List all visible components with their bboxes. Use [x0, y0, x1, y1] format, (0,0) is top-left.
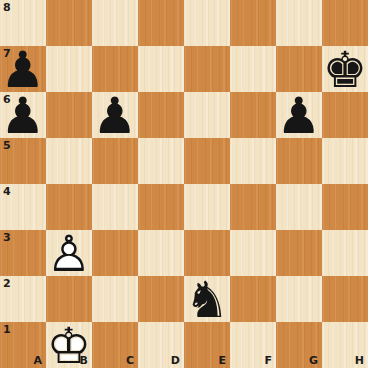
square-g1[interactable]: G	[276, 322, 322, 368]
square-f6[interactable]	[230, 92, 276, 138]
piece-black-knight-e2[interactable]: ♞	[184, 276, 230, 322]
square-c8[interactable]	[92, 0, 138, 46]
rank-label-7: 7	[3, 47, 11, 60]
square-h3[interactable]	[322, 230, 368, 276]
square-c3[interactable]	[92, 230, 138, 276]
rank-label-3: 3	[3, 231, 11, 244]
file-label-h: H	[355, 354, 364, 367]
square-b8[interactable]	[46, 0, 92, 46]
square-h5[interactable]	[322, 138, 368, 184]
square-g8[interactable]	[276, 0, 322, 46]
rank-label-6: 6	[3, 93, 11, 106]
square-f5[interactable]	[230, 138, 276, 184]
rank-label-1: 1	[3, 323, 11, 336]
file-label-b: B	[80, 354, 88, 367]
square-f1[interactable]: F	[230, 322, 276, 368]
square-e2[interactable]: ♞	[184, 276, 230, 322]
black-pawn-glyph: ♟	[93, 93, 138, 139]
square-e4[interactable]	[184, 184, 230, 230]
square-c6[interactable]: ♟	[92, 92, 138, 138]
square-a8[interactable]: 8	[0, 0, 46, 46]
square-h2[interactable]	[322, 276, 368, 322]
square-f4[interactable]	[230, 184, 276, 230]
square-h8[interactable]	[322, 0, 368, 46]
square-f3[interactable]	[230, 230, 276, 276]
square-f2[interactable]	[230, 276, 276, 322]
square-g2[interactable]	[276, 276, 322, 322]
square-g4[interactable]	[276, 184, 322, 230]
black-king-glyph: ♚	[323, 47, 368, 93]
square-a6[interactable]: 6♟	[0, 92, 46, 138]
square-b5[interactable]	[46, 138, 92, 184]
square-f8[interactable]	[230, 0, 276, 46]
square-d4[interactable]	[138, 184, 184, 230]
square-c7[interactable]	[92, 46, 138, 92]
square-d8[interactable]	[138, 0, 184, 46]
rank-label-4: 4	[3, 185, 11, 198]
file-label-e: E	[218, 354, 226, 367]
white-pawn-outline-glyph: ♙	[47, 231, 92, 277]
square-a1[interactable]: 1A	[0, 322, 46, 368]
file-label-f: F	[264, 354, 272, 367]
square-b6[interactable]	[46, 92, 92, 138]
file-label-d: D	[171, 354, 180, 367]
square-d5[interactable]	[138, 138, 184, 184]
square-b4[interactable]	[46, 184, 92, 230]
square-e5[interactable]	[184, 138, 230, 184]
square-h4[interactable]	[322, 184, 368, 230]
square-a7[interactable]: 7♟	[0, 46, 46, 92]
piece-black-king-h7[interactable]: ♚	[322, 46, 368, 92]
square-g3[interactable]	[276, 230, 322, 276]
square-e7[interactable]	[184, 46, 230, 92]
piece-white-pawn-b3[interactable]: ♟♙	[46, 230, 92, 276]
rank-label-5: 5	[3, 139, 11, 152]
file-label-a: A	[33, 354, 42, 367]
piece-black-pawn-c6[interactable]: ♟	[92, 92, 138, 138]
square-e3[interactable]	[184, 230, 230, 276]
square-a3[interactable]: 3	[0, 230, 46, 276]
square-h7[interactable]: ♚	[322, 46, 368, 92]
black-knight-glyph: ♞	[185, 277, 230, 323]
rank-label-2: 2	[3, 277, 11, 290]
square-c1[interactable]: C	[92, 322, 138, 368]
square-d2[interactable]	[138, 276, 184, 322]
square-g7[interactable]	[276, 46, 322, 92]
square-d3[interactable]	[138, 230, 184, 276]
rank-label-8: 8	[3, 1, 11, 14]
square-b7[interactable]	[46, 46, 92, 92]
square-d7[interactable]	[138, 46, 184, 92]
piece-black-pawn-g6[interactable]: ♟	[276, 92, 322, 138]
file-label-g: G	[309, 354, 318, 367]
square-f7[interactable]	[230, 46, 276, 92]
square-c4[interactable]	[92, 184, 138, 230]
square-b3[interactable]: ♟♙	[46, 230, 92, 276]
square-d6[interactable]	[138, 92, 184, 138]
black-pawn-glyph: ♟	[277, 93, 322, 139]
square-e8[interactable]	[184, 0, 230, 46]
square-b1[interactable]: B♚♔	[46, 322, 92, 368]
square-e6[interactable]	[184, 92, 230, 138]
square-d1[interactable]: D	[138, 322, 184, 368]
square-g6[interactable]: ♟	[276, 92, 322, 138]
chess-board: 87♟♚6♟♟♟543♟♙2♞1AB♚♔CDEFGH	[0, 0, 368, 368]
square-c2[interactable]	[92, 276, 138, 322]
square-h1[interactable]: H	[322, 322, 368, 368]
square-a4[interactable]: 4	[0, 184, 46, 230]
square-a2[interactable]: 2	[0, 276, 46, 322]
file-label-c: C	[126, 354, 134, 367]
